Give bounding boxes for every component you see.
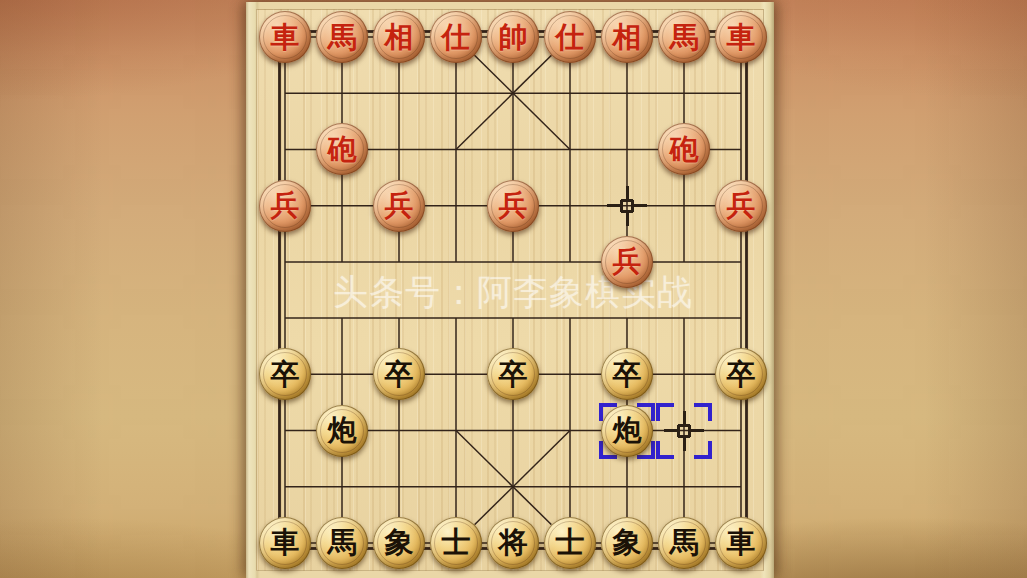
piece-red-soldier[interactable]: 兵	[373, 180, 425, 232]
piece-red-soldier[interactable]: 兵	[259, 180, 311, 232]
last-move-cross-marker	[605, 184, 649, 228]
app-window: 头条号：阿李象棋实战 車馬相仕帥仕相馬車砲砲兵兵兵兵兵卒卒卒卒卒炮炮車馬象士将士…	[0, 0, 1027, 578]
piece-black-horse[interactable]: 馬	[658, 517, 710, 569]
piece-black-horse[interactable]: 馬	[316, 517, 368, 569]
piece-black-soldier[interactable]: 卒	[601, 348, 653, 400]
piece-red-chariot[interactable]: 車	[715, 11, 767, 63]
piece-red-horse[interactable]: 馬	[316, 11, 368, 63]
piece-black-cannon[interactable]: 炮	[316, 405, 368, 457]
piece-red-advisor[interactable]: 仕	[544, 11, 596, 63]
piece-black-cannon[interactable]: 炮	[601, 405, 653, 457]
piece-red-general[interactable]: 帥	[487, 11, 539, 63]
piece-red-chariot[interactable]: 車	[259, 11, 311, 63]
piece-black-general[interactable]: 将	[487, 517, 539, 569]
piece-red-elephant[interactable]: 相	[373, 11, 425, 63]
piece-red-soldier[interactable]: 兵	[601, 236, 653, 288]
piece-black-soldier[interactable]: 卒	[259, 348, 311, 400]
piece-black-advisor[interactable]: 士	[544, 517, 596, 569]
piece-red-soldier[interactable]: 兵	[715, 180, 767, 232]
piece-black-soldier[interactable]: 卒	[487, 348, 539, 400]
piece-red-elephant[interactable]: 相	[601, 11, 653, 63]
piece-red-soldier[interactable]: 兵	[487, 180, 539, 232]
piece-black-advisor[interactable]: 士	[430, 517, 482, 569]
piece-red-advisor[interactable]: 仕	[430, 11, 482, 63]
piece-black-elephant[interactable]: 象	[601, 517, 653, 569]
piece-black-soldier[interactable]: 卒	[715, 348, 767, 400]
piece-red-horse[interactable]: 馬	[658, 11, 710, 63]
selection-bracket	[656, 403, 712, 459]
piece-black-soldier[interactable]: 卒	[373, 348, 425, 400]
piece-black-chariot[interactable]: 車	[259, 517, 311, 569]
piece-black-chariot[interactable]: 車	[715, 517, 767, 569]
piece-black-elephant[interactable]: 象	[373, 517, 425, 569]
